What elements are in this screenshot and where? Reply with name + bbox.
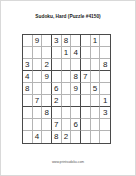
cell-r5c1: 8	[23, 83, 33, 95]
cell-r7c1	[23, 107, 33, 119]
cell-r4c3: 9	[42, 71, 52, 83]
cell-r8c2	[33, 119, 43, 131]
cell-r2c1	[23, 47, 33, 59]
cell-r4c4	[52, 71, 62, 83]
cell-r7c3: 8	[42, 107, 52, 119]
cell-r9c1	[23, 131, 33, 143]
cell-r7c8	[91, 107, 101, 119]
cell-r9c7	[81, 131, 91, 143]
footer-url: www.printsudoku.com	[31, 160, 105, 163]
cell-r4c8	[91, 71, 101, 83]
cell-r5c2	[33, 83, 43, 95]
cell-r6c6	[71, 95, 81, 107]
cell-r8c9	[100, 119, 110, 131]
cell-r8c6: 6	[71, 119, 81, 131]
cell-r8c7	[81, 119, 91, 131]
cell-r1c9	[100, 35, 110, 47]
cell-r1c5: 8	[62, 35, 72, 47]
cell-r9c9	[100, 131, 110, 143]
cell-r9c2: 4	[33, 131, 43, 143]
cell-r3c2	[33, 59, 43, 71]
cell-r5c6: 9	[71, 83, 81, 95]
cell-r1c1	[23, 35, 33, 47]
cell-r8c5	[62, 119, 72, 131]
cell-r6c5	[62, 95, 72, 107]
cell-r3c9: 8	[100, 59, 110, 71]
cell-r3c7	[81, 59, 91, 71]
cell-r3c4	[52, 59, 62, 71]
cell-r3c6	[71, 59, 81, 71]
sudoku-sheet: Sudoku, Hard (Puzzle #4150) 938114328498…	[0, 0, 136, 176]
cell-r8c4: 7	[52, 119, 62, 131]
cell-r9c8	[91, 131, 101, 143]
cell-r6c3	[42, 95, 52, 107]
cell-r7c6	[71, 107, 81, 119]
cell-r8c8	[91, 119, 101, 131]
cell-r3c8	[91, 59, 101, 71]
cell-r4c1: 4	[23, 71, 33, 83]
cell-r9c6	[71, 131, 81, 143]
cell-r3c5	[62, 59, 72, 71]
cell-r5c5	[62, 83, 72, 95]
cell-r3c3: 2	[42, 59, 52, 71]
cell-r4c5	[62, 71, 72, 83]
cell-r6c1	[23, 95, 33, 107]
cell-r5c4: 6	[52, 83, 62, 95]
cell-r2c8	[91, 47, 101, 59]
cell-r7c4	[52, 107, 62, 119]
cell-r9c4: 8	[52, 131, 62, 143]
cell-r6c2: 7	[33, 95, 43, 107]
cell-r1c2: 9	[33, 35, 43, 47]
cell-r4c2	[33, 71, 43, 83]
cell-r3c1: 3	[23, 59, 33, 71]
cell-r4c9	[100, 71, 110, 83]
cell-r1c7	[81, 35, 91, 47]
cell-r8c3	[42, 119, 52, 131]
cell-r6c7	[81, 95, 91, 107]
cell-r7c7	[81, 107, 91, 119]
cell-r1c8: 1	[91, 35, 101, 47]
cell-r2c9	[100, 47, 110, 59]
cell-r2c5: 1	[62, 47, 72, 59]
cell-r2c6: 4	[71, 47, 81, 59]
cell-r5c8: 5	[91, 83, 101, 95]
cell-r1c4: 3	[52, 35, 62, 47]
cell-r6c9: 1	[100, 95, 110, 107]
cell-r8c1	[23, 119, 33, 131]
cell-r5c3	[42, 83, 52, 95]
cell-r5c9	[100, 83, 110, 95]
cell-r2c7	[81, 47, 91, 59]
cell-r7c5	[62, 107, 72, 119]
cell-r9c5: 2	[62, 131, 72, 143]
cell-r4c7: 7	[81, 71, 91, 83]
cell-r5c7	[81, 83, 91, 95]
cell-r1c3	[42, 35, 52, 47]
cell-r7c2	[33, 107, 43, 119]
cell-r1c6	[71, 35, 81, 47]
page-title: Sudoku, Hard (Puzzle #4150)	[14, 14, 121, 19]
cell-r6c4: 2	[52, 95, 62, 107]
cell-r6c8	[91, 95, 101, 107]
cell-r9c3	[42, 131, 52, 143]
cell-r7c9: 3	[100, 107, 110, 119]
cell-r2c3	[42, 47, 52, 59]
sudoku-grid: 938114328498786957218376482	[22, 34, 111, 144]
cell-r4c6: 8	[71, 71, 81, 83]
cell-r2c4	[52, 47, 62, 59]
cell-r2c2	[33, 47, 43, 59]
